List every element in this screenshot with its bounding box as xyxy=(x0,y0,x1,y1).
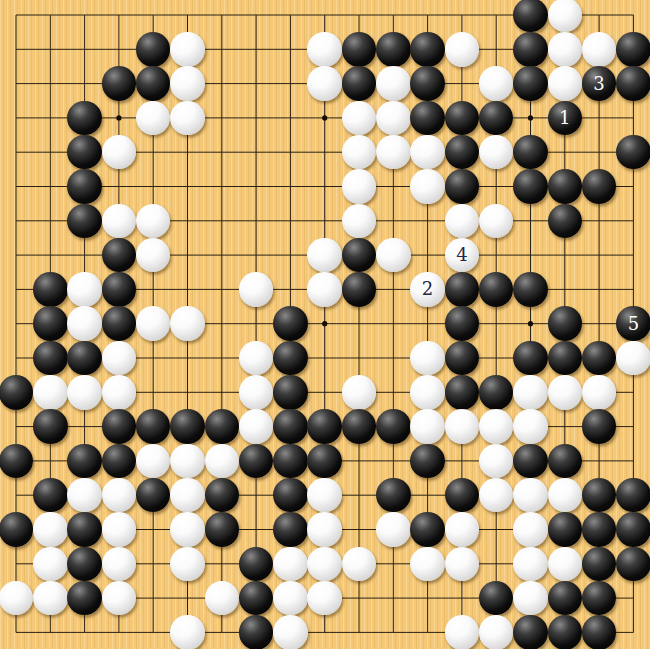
move-number-label: 4 xyxy=(456,246,467,264)
black-stone[interactable] xyxy=(67,444,102,479)
white-stone[interactable] xyxy=(102,547,137,582)
white-stone[interactable] xyxy=(513,581,548,616)
black-stone[interactable] xyxy=(307,444,342,479)
black-stone[interactable] xyxy=(376,409,411,444)
black-stone[interactable] xyxy=(376,32,411,67)
white-stone[interactable] xyxy=(548,547,583,582)
black-stone[interactable] xyxy=(205,512,240,547)
white-stone[interactable] xyxy=(410,375,445,410)
black-stone[interactable] xyxy=(548,615,583,649)
black-stone[interactable] xyxy=(102,409,137,444)
black-stone[interactable] xyxy=(616,512,650,547)
black-stone[interactable] xyxy=(616,135,650,170)
black-stone[interactable] xyxy=(67,341,102,376)
black-stone[interactable] xyxy=(67,512,102,547)
white-stone[interactable] xyxy=(307,581,342,616)
move-number-label: 5 xyxy=(628,315,639,333)
black-stone[interactable] xyxy=(582,169,617,204)
black-stone[interactable] xyxy=(67,101,102,136)
white-stone[interactable] xyxy=(410,169,445,204)
white-stone[interactable] xyxy=(67,478,102,513)
white-stone[interactable] xyxy=(273,547,308,582)
black-stone[interactable] xyxy=(479,272,514,307)
black-stone[interactable] xyxy=(136,66,171,101)
white-stone[interactable] xyxy=(410,341,445,376)
white-stone[interactable] xyxy=(513,512,548,547)
white-stone[interactable] xyxy=(33,375,68,410)
go-board[interactable]: 31425 xyxy=(0,0,650,649)
black-stone[interactable] xyxy=(616,478,650,513)
black-stone[interactable] xyxy=(445,341,480,376)
white-stone[interactable] xyxy=(479,66,514,101)
white-stone[interactable] xyxy=(33,581,68,616)
white-stone[interactable] xyxy=(136,306,171,341)
white-stone[interactable] xyxy=(102,204,137,239)
white-stone[interactable] xyxy=(548,32,583,67)
white-stone[interactable] xyxy=(67,272,102,307)
white-stone[interactable] xyxy=(307,547,342,582)
black-stone[interactable] xyxy=(513,341,548,376)
black-stone[interactable] xyxy=(0,512,33,547)
black-stone[interactable] xyxy=(410,101,445,136)
black-stone[interactable] xyxy=(410,512,445,547)
black-stone[interactable] xyxy=(205,409,240,444)
black-stone[interactable] xyxy=(239,547,274,582)
black-stone[interactable] xyxy=(273,478,308,513)
black-stone[interactable] xyxy=(342,66,377,101)
white-stone[interactable] xyxy=(513,478,548,513)
white-stone[interactable] xyxy=(376,66,411,101)
white-stone[interactable] xyxy=(445,32,480,67)
white-stone[interactable] xyxy=(205,581,240,616)
white-stone[interactable] xyxy=(307,238,342,273)
black-stone[interactable] xyxy=(342,409,377,444)
white-stone[interactable] xyxy=(410,547,445,582)
white-stone[interactable] xyxy=(513,547,548,582)
white-stone[interactable] xyxy=(410,409,445,444)
white-stone[interactable] xyxy=(376,135,411,170)
move-number-label: 3 xyxy=(593,75,604,93)
black-stone[interactable] xyxy=(273,375,308,410)
black-stone[interactable] xyxy=(479,375,514,410)
white-stone[interactable] xyxy=(376,101,411,136)
white-stone[interactable] xyxy=(307,478,342,513)
move-number-label: 2 xyxy=(422,280,433,298)
black-stone[interactable] xyxy=(548,306,583,341)
white-stone[interactable] xyxy=(170,66,205,101)
black-stone[interactable]: 1 xyxy=(548,101,583,136)
white-stone[interactable] xyxy=(307,512,342,547)
white-stone[interactable] xyxy=(170,444,205,479)
white-stone[interactable] xyxy=(170,615,205,649)
white-stone[interactable] xyxy=(170,32,205,67)
white-stone[interactable] xyxy=(239,272,274,307)
white-stone[interactable] xyxy=(342,375,377,410)
white-stone[interactable] xyxy=(548,375,583,410)
white-stone[interactable] xyxy=(102,341,137,376)
black-stone[interactable] xyxy=(513,135,548,170)
white-stone[interactable] xyxy=(170,512,205,547)
black-stone[interactable] xyxy=(582,547,617,582)
black-stone[interactable] xyxy=(445,272,480,307)
white-stone[interactable] xyxy=(513,375,548,410)
black-stone[interactable] xyxy=(513,0,548,32)
black-stone[interactable] xyxy=(548,512,583,547)
white-stone[interactable] xyxy=(67,306,102,341)
black-stone[interactable] xyxy=(136,409,171,444)
black-stone[interactable] xyxy=(33,341,68,376)
black-stone[interactable] xyxy=(273,306,308,341)
black-stone[interactable] xyxy=(102,444,137,479)
white-stone[interactable] xyxy=(445,409,480,444)
black-stone[interactable] xyxy=(513,66,548,101)
white-stone[interactable] xyxy=(67,375,102,410)
black-stone[interactable] xyxy=(239,615,274,649)
black-stone[interactable] xyxy=(273,409,308,444)
black-stone[interactable] xyxy=(342,32,377,67)
black-stone[interactable] xyxy=(616,32,650,67)
white-stone[interactable] xyxy=(513,409,548,444)
white-stone[interactable] xyxy=(239,409,274,444)
white-stone[interactable] xyxy=(33,547,68,582)
black-stone[interactable] xyxy=(67,204,102,239)
black-stone[interactable] xyxy=(33,306,68,341)
white-stone[interactable] xyxy=(445,204,480,239)
black-stone[interactable] xyxy=(410,444,445,479)
black-stone[interactable] xyxy=(445,306,480,341)
white-stone[interactable] xyxy=(170,478,205,513)
black-stone[interactable] xyxy=(273,512,308,547)
black-stone[interactable] xyxy=(445,169,480,204)
white-stone[interactable] xyxy=(239,375,274,410)
white-stone[interactable] xyxy=(307,272,342,307)
black-stone[interactable]: 5 xyxy=(616,306,650,341)
move-number-label: 1 xyxy=(559,109,570,127)
black-stone[interactable] xyxy=(582,615,617,649)
white-stone[interactable] xyxy=(582,375,617,410)
white-stone[interactable] xyxy=(342,204,377,239)
black-stone[interactable] xyxy=(616,547,650,582)
white-stone[interactable] xyxy=(102,375,137,410)
white-stone[interactable] xyxy=(479,615,514,649)
black-stone[interactable] xyxy=(273,341,308,376)
black-stone[interactable] xyxy=(170,409,205,444)
black-stone[interactable] xyxy=(513,615,548,649)
black-stone[interactable] xyxy=(410,32,445,67)
white-stone[interactable] xyxy=(170,547,205,582)
black-stone[interactable] xyxy=(445,375,480,410)
white-stone[interactable] xyxy=(445,512,480,547)
black-stone[interactable] xyxy=(102,272,137,307)
white-stone[interactable] xyxy=(170,306,205,341)
black-stone[interactable] xyxy=(67,169,102,204)
white-stone[interactable] xyxy=(582,32,617,67)
black-stone[interactable] xyxy=(33,409,68,444)
white-stone[interactable] xyxy=(273,581,308,616)
black-stone[interactable] xyxy=(136,32,171,67)
black-stone[interactable] xyxy=(0,375,33,410)
white-stone[interactable] xyxy=(33,512,68,547)
black-stone[interactable] xyxy=(67,547,102,582)
white-stone[interactable] xyxy=(616,341,650,376)
black-stone[interactable] xyxy=(445,101,480,136)
white-stone[interactable] xyxy=(479,409,514,444)
go-board-screenshot: 31425 xyxy=(0,0,650,649)
black-stone[interactable] xyxy=(548,341,583,376)
white-stone[interactable] xyxy=(307,32,342,67)
black-stone[interactable] xyxy=(342,272,377,307)
black-stone[interactable] xyxy=(376,478,411,513)
white-stone[interactable] xyxy=(548,66,583,101)
black-stone[interactable]: 3 xyxy=(582,66,617,101)
black-stone[interactable] xyxy=(67,135,102,170)
black-stone[interactable] xyxy=(513,169,548,204)
black-stone[interactable] xyxy=(33,478,68,513)
black-stone[interactable] xyxy=(410,66,445,101)
white-stone[interactable] xyxy=(445,615,480,649)
white-stone[interactable] xyxy=(445,547,480,582)
white-stone[interactable] xyxy=(342,547,377,582)
black-stone[interactable] xyxy=(273,444,308,479)
white-stone[interactable] xyxy=(273,615,308,649)
white-stone[interactable]: 2 xyxy=(410,272,445,307)
white-stone[interactable] xyxy=(376,238,411,273)
black-stone[interactable] xyxy=(548,204,583,239)
white-stone[interactable] xyxy=(102,512,137,547)
white-stone[interactable] xyxy=(376,512,411,547)
white-stone[interactable] xyxy=(205,444,240,479)
black-stone[interactable] xyxy=(548,169,583,204)
white-stone[interactable] xyxy=(307,66,342,101)
white-stone[interactable] xyxy=(342,101,377,136)
black-stone[interactable] xyxy=(582,409,617,444)
white-stone[interactable] xyxy=(170,101,205,136)
black-stone[interactable] xyxy=(102,306,137,341)
black-stone[interactable] xyxy=(616,66,650,101)
white-stone[interactable] xyxy=(342,169,377,204)
white-stone[interactable] xyxy=(410,135,445,170)
black-stone[interactable] xyxy=(513,272,548,307)
black-stone[interactable] xyxy=(582,512,617,547)
black-stone[interactable] xyxy=(548,581,583,616)
black-stone[interactable] xyxy=(67,581,102,616)
black-stone[interactable] xyxy=(513,444,548,479)
black-stone[interactable] xyxy=(513,32,548,67)
black-stone[interactable] xyxy=(548,444,583,479)
black-stone[interactable] xyxy=(102,66,137,101)
black-stone[interactable] xyxy=(33,272,68,307)
black-stone[interactable] xyxy=(307,409,342,444)
